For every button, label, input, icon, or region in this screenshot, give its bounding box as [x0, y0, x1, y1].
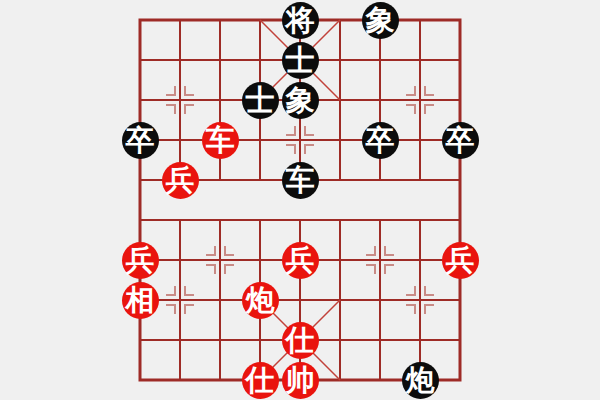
black-soldier[interactable]: 卒 [362, 122, 399, 159]
red-advisor[interactable]: 仕 [242, 362, 279, 399]
black-chariot[interactable]: 车 [282, 162, 319, 199]
black-general[interactable]: 将 [282, 2, 319, 39]
red-chariot[interactable]: 车 [202, 122, 239, 159]
piece-layer[interactable]: 将象士士象卒卒卒车炮车兵兵兵兵相炮仕仕帅 [120, 0, 480, 400]
red-soldier[interactable]: 兵 [282, 242, 319, 279]
black-elephant[interactable]: 象 [282, 82, 319, 119]
black-elephant[interactable]: 象 [362, 2, 399, 39]
red-cannon[interactable]: 炮 [242, 282, 279, 319]
black-advisor[interactable]: 士 [242, 82, 279, 119]
xiangqi-board[interactable]: 将象士士象卒卒卒车炮车兵兵兵兵相炮仕仕帅 [0, 0, 600, 400]
black-soldier[interactable]: 卒 [122, 122, 159, 159]
black-cannon[interactable]: 炮 [402, 362, 439, 399]
red-elephant[interactable]: 相 [122, 282, 159, 319]
red-soldier[interactable]: 兵 [122, 242, 159, 279]
red-general[interactable]: 帅 [282, 362, 319, 399]
red-soldier[interactable]: 兵 [442, 242, 479, 279]
red-soldier[interactable]: 兵 [162, 162, 199, 199]
red-advisor[interactable]: 仕 [282, 322, 319, 359]
black-soldier[interactable]: 卒 [442, 122, 479, 159]
black-advisor[interactable]: 士 [282, 42, 319, 79]
